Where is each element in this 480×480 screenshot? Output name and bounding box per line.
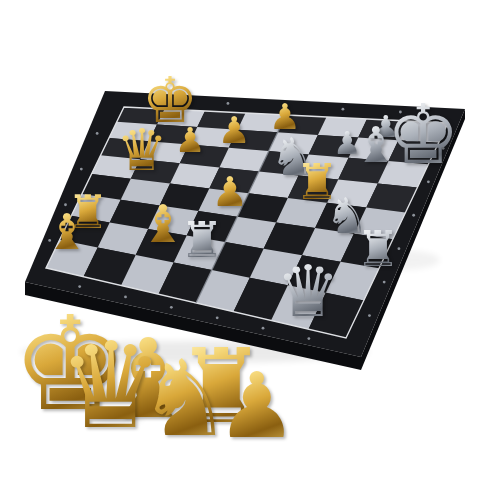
bishop-glyph: ♝ — [354, 121, 398, 170]
rivet-dot — [227, 102, 230, 105]
rivet-dot — [80, 168, 83, 171]
gold-bishop-a1[interactable]: ♝ — [44, 209, 91, 245]
rivet-dot — [96, 132, 99, 135]
pawn-glyph: ♟ — [217, 112, 250, 149]
display-gold-pawn[interactable]: ♟ — [214, 363, 300, 429]
pawn-glyph: ♟ — [175, 123, 206, 157]
rivet-dot — [307, 337, 310, 340]
gold-pawn-d4[interactable]: ♟ — [210, 173, 250, 203]
pawn-glyph: ♟ — [216, 360, 297, 450]
silver-rook-d2[interactable]: ♜ — [179, 217, 226, 253]
rook-glyph: ♜ — [180, 216, 224, 265]
product-photo-stage: ♚♟♟♟♟♟♚♝♛♞♜♟♜♞♝♝♜♜♛♚♝♜♛♞♟ — [0, 0, 480, 480]
bishop-glyph: ♝ — [45, 208, 89, 257]
queen-glyph: ♛ — [276, 256, 340, 327]
pawn-glyph: ♟ — [212, 172, 249, 213]
queen-glyph: ♛ — [116, 122, 168, 180]
gold-king-b8[interactable]: ♚ — [140, 71, 200, 117]
silver-rook-h3[interactable]: ♜ — [355, 226, 402, 262]
silver-bishop-g7[interactable]: ♝ — [353, 122, 400, 158]
gold-pawn-c7[interactable]: ♟ — [214, 113, 254, 140]
gold-queen-a5[interactable]: ♛ — [115, 124, 170, 166]
gold-pawn-b7[interactable]: ♟ — [170, 124, 210, 149]
silver-queen-g1[interactable]: ♛ — [274, 258, 342, 310]
rivet-dot — [170, 306, 173, 309]
rivet-dot — [412, 214, 415, 217]
rivet-dot — [216, 316, 219, 319]
rivet-dot — [342, 108, 345, 111]
gold-pawn-d8[interactable]: ♟ — [265, 100, 305, 126]
rivet-dot — [368, 314, 371, 317]
rook-glyph: ♜ — [356, 225, 400, 274]
rivet-dot — [383, 281, 386, 284]
